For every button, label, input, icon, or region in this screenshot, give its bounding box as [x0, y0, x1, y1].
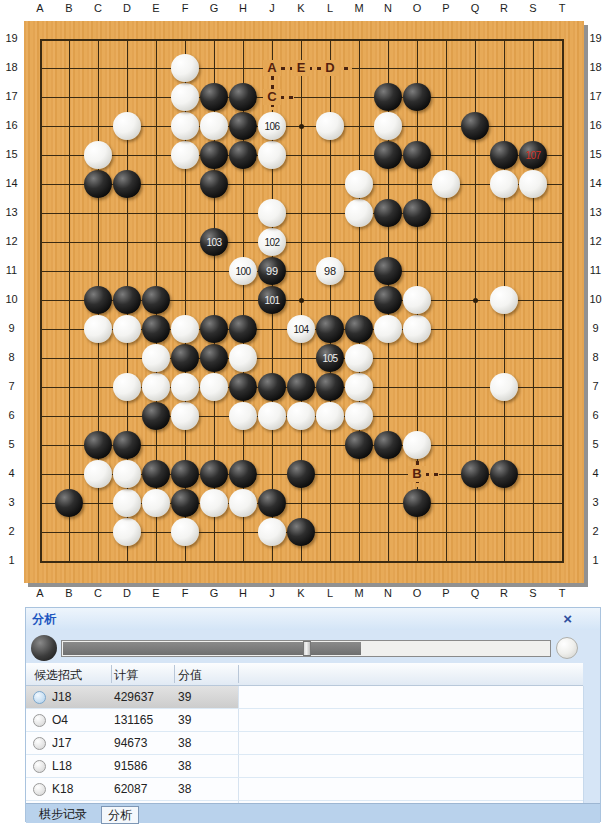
go-stone-E3	[142, 489, 170, 517]
go-stone-O10	[403, 286, 431, 314]
coord-top-P: P	[436, 2, 456, 14]
go-stone-M14	[345, 170, 373, 198]
go-stone-R7	[490, 373, 518, 401]
go-stone-J7	[258, 373, 286, 401]
coord-left-18: 18	[2, 61, 21, 73]
go-stone-S15: 107	[519, 141, 547, 169]
go-stone-R10	[490, 286, 518, 314]
coord-top-K: K	[291, 2, 311, 14]
coord-bottom-L: L	[320, 587, 340, 599]
go-stone-L16	[316, 112, 344, 140]
go-stone-E9	[142, 315, 170, 343]
go-stone-G4	[200, 460, 228, 488]
coord-top-F: F	[175, 2, 195, 14]
coord-left-19: 19	[2, 32, 21, 44]
go-stone-J2	[258, 518, 286, 546]
go-stone-C10	[84, 286, 112, 314]
variation-marker-B[interactable]: B	[408, 466, 426, 482]
go-stone-F18	[171, 54, 199, 82]
coord-top-N: N	[378, 2, 398, 14]
go-stone-J16: 106	[258, 112, 286, 140]
coord-left-2: 2	[2, 525, 21, 537]
coord-left-17: 17	[2, 90, 21, 102]
grid-line-horizontal	[40, 155, 564, 156]
go-stone-N5	[374, 431, 402, 459]
go-stone-L6	[316, 402, 344, 430]
go-stone-N11	[374, 257, 402, 285]
go-stone-L11: 98	[316, 257, 344, 285]
variation-marker-A[interactable]: A	[263, 60, 281, 76]
go-stone-H8	[229, 344, 257, 372]
go-stone-D16	[113, 112, 141, 140]
coord-left-1: 1	[2, 554, 21, 566]
coord-right-9: 9	[586, 322, 605, 334]
cell-computation: 62087	[114, 782, 147, 796]
coord-right-7: 7	[586, 380, 605, 392]
go-stone-O15	[403, 141, 431, 169]
go-stone-L9	[316, 315, 344, 343]
cell-score: 39	[178, 713, 191, 727]
coord-top-B: B	[59, 2, 79, 14]
coord-right-19: 19	[586, 32, 605, 44]
go-stone-M7	[345, 373, 373, 401]
coord-left-6: 6	[2, 409, 21, 421]
grid-line-horizontal	[40, 271, 564, 272]
go-stone-D10	[113, 286, 141, 314]
candidate-row-L18[interactable]: L189158638	[26, 755, 583, 778]
grid-line-horizontal	[40, 358, 564, 359]
go-stone-O13	[403, 199, 431, 227]
coord-bottom-M: M	[349, 587, 369, 599]
go-stone-J11: 99	[258, 257, 286, 285]
candidate-stone-icon[interactable]	[33, 714, 46, 727]
coord-right-13: 13	[586, 206, 605, 218]
go-stone-G7	[200, 373, 228, 401]
variation-marker-C[interactable]: C	[263, 89, 281, 105]
go-stone-N13	[374, 199, 402, 227]
go-stone-K4	[287, 460, 315, 488]
star-point	[299, 124, 304, 129]
candidate-row-O4[interactable]: O413116539	[26, 709, 583, 732]
candidate-table-body: J1842963739O413116539J179467338L18915863…	[26, 686, 584, 803]
go-stone-N16	[374, 112, 402, 140]
go-stone-O3	[403, 489, 431, 517]
go-stone-G16	[200, 112, 228, 140]
coord-right-14: 14	[586, 177, 605, 189]
go-stone-M8	[345, 344, 373, 372]
coord-right-4: 4	[586, 467, 605, 479]
cell-move: L18	[52, 759, 72, 773]
go-stone-D7	[113, 373, 141, 401]
analysis-panel: 分析 × 候选招式计算分值 J1842963739O413116539J1794…	[25, 607, 601, 822]
cell-computation: 94673	[114, 736, 147, 750]
go-analysis-window: AABBCCDDEEFFGGHHJJKKLLMMNNOOPPQQRRSSTT19…	[0, 0, 607, 840]
go-stone-K2	[287, 518, 315, 546]
coord-right-12: 12	[586, 235, 605, 247]
go-stone-H7	[229, 373, 257, 401]
cell-move: J17	[52, 736, 71, 750]
star-point	[299, 298, 304, 303]
coord-right-15: 15	[586, 148, 605, 160]
go-stone-E8	[142, 344, 170, 372]
coord-bottom-G: G	[204, 587, 224, 599]
candidate-stone-icon[interactable]	[33, 691, 46, 704]
header-separator	[111, 665, 112, 683]
go-stone-C4	[84, 460, 112, 488]
variation-marker-D[interactable]: D	[321, 60, 339, 76]
tab-move-record[interactable]: 棋步记录	[33, 806, 93, 822]
go-stone-F7	[171, 373, 199, 401]
coord-bottom-F: F	[175, 587, 195, 599]
go-stone-H17	[229, 83, 257, 111]
coord-top-O: O	[407, 2, 427, 14]
grid-line-horizontal	[40, 213, 564, 214]
go-stone-L8: 105	[316, 344, 344, 372]
coord-top-D: D	[117, 2, 137, 14]
coord-left-16: 16	[2, 119, 21, 131]
go-stone-F3	[171, 489, 199, 517]
coord-top-E: E	[146, 2, 166, 14]
coord-top-J: J	[262, 2, 282, 14]
candidate-stone-icon[interactable]	[33, 783, 46, 796]
coord-right-2: 2	[586, 525, 605, 537]
tab-analysis[interactable]: 分析	[101, 806, 139, 824]
go-stone-N10	[374, 286, 402, 314]
coord-right-16: 16	[586, 119, 605, 131]
coord-bottom-H: H	[233, 587, 253, 599]
coord-bottom-J: J	[262, 587, 282, 599]
go-stone-H6	[229, 402, 257, 430]
go-stone-K6	[287, 402, 315, 430]
coord-left-11: 11	[2, 264, 21, 276]
grid-line-vertical	[533, 39, 534, 562]
coord-bottom-D: D	[117, 587, 137, 599]
coord-left-13: 13	[2, 206, 21, 218]
coord-right-3: 3	[586, 496, 605, 508]
cell-score: 38	[178, 782, 191, 796]
header-separator	[174, 665, 175, 683]
go-stone-F9	[171, 315, 199, 343]
go-stone-D2	[113, 518, 141, 546]
go-stone-S14	[519, 170, 547, 198]
slider-fill	[63, 642, 361, 655]
cell-move: K18	[52, 782, 73, 796]
go-stone-F6	[171, 402, 199, 430]
go-stone-E6	[142, 402, 170, 430]
variation-dash-line	[280, 96, 294, 99]
go-stone-H4	[229, 460, 257, 488]
cell-score: 38	[178, 736, 191, 750]
coord-right-17: 17	[586, 90, 605, 102]
go-stone-B3	[55, 489, 83, 517]
go-stone-D4	[113, 460, 141, 488]
go-stone-M6	[345, 402, 373, 430]
coord-left-9: 9	[2, 322, 21, 334]
coord-right-6: 6	[586, 409, 605, 421]
coord-top-G: G	[204, 2, 224, 14]
coord-top-T: T	[552, 2, 572, 14]
grid-line-vertical	[562, 39, 564, 562]
cell-computation: 429637	[114, 690, 154, 704]
variation-dash-line	[425, 473, 439, 476]
go-stone-Q4	[461, 460, 489, 488]
cell-computation: 91586	[114, 759, 147, 773]
coord-top-Q: Q	[465, 2, 485, 14]
go-stone-J15	[258, 141, 286, 169]
go-stone-C9	[84, 315, 112, 343]
candidate-stone-icon[interactable]	[33, 760, 46, 773]
go-stone-G15	[200, 141, 228, 169]
coord-bottom-N: N	[378, 587, 398, 599]
go-stone-C15	[84, 141, 112, 169]
go-stone-Q16	[461, 112, 489, 140]
go-stone-L7	[316, 373, 344, 401]
coord-top-C: C	[88, 2, 108, 14]
coord-bottom-E: E	[146, 587, 166, 599]
column-header[interactable]: 计算	[114, 667, 138, 684]
coord-bottom-P: P	[436, 587, 456, 599]
coord-left-5: 5	[2, 438, 21, 450]
go-stone-F8	[171, 344, 199, 372]
cell-score: 39	[178, 690, 191, 704]
go-stone-E4	[142, 460, 170, 488]
go-stone-K9: 104	[287, 315, 315, 343]
go-stone-M13	[345, 199, 373, 227]
go-stone-H16	[229, 112, 257, 140]
coord-top-R: R	[494, 2, 514, 14]
go-stone-R4	[490, 460, 518, 488]
coord-left-4: 4	[2, 467, 21, 479]
coord-right-1: 1	[586, 554, 605, 566]
go-stone-J3	[258, 489, 286, 517]
white-stone-icon	[556, 637, 578, 659]
go-stone-G3	[200, 489, 228, 517]
header-separator	[238, 665, 239, 683]
go-stone-O17	[403, 83, 431, 111]
go-stone-E7	[142, 373, 170, 401]
grid-line-horizontal	[40, 97, 564, 98]
go-stone-D14	[113, 170, 141, 198]
go-stone-D3	[113, 489, 141, 517]
coord-top-L: L	[320, 2, 340, 14]
coord-bottom-S: S	[523, 587, 543, 599]
go-stone-H11: 100	[229, 257, 257, 285]
coord-top-A: A	[30, 2, 50, 14]
go-stone-C5	[84, 431, 112, 459]
candidate-row-J18[interactable]: J1842963739	[26, 686, 583, 709]
cell-score: 38	[178, 759, 191, 773]
go-stone-N9	[374, 315, 402, 343]
go-stone-D9	[113, 315, 141, 343]
black-stone-icon	[31, 635, 57, 661]
grid-line-horizontal	[40, 39, 564, 41]
star-point	[473, 298, 478, 303]
slider-handle[interactable]	[303, 641, 311, 656]
panel-tab-bar: 棋步记录分析	[26, 803, 600, 823]
go-stone-N15	[374, 141, 402, 169]
go-stone-M5	[345, 431, 373, 459]
column-header[interactable]: 分值	[178, 667, 202, 684]
analysis-progress-slider[interactable]	[61, 640, 551, 657]
go-stone-G9	[200, 315, 228, 343]
go-stone-D5	[113, 431, 141, 459]
go-stone-F17	[171, 83, 199, 111]
go-stone-F2	[171, 518, 199, 546]
coord-bottom-B: B	[59, 587, 79, 599]
go-stone-H9	[229, 315, 257, 343]
go-stone-J13	[258, 199, 286, 227]
go-stone-F4	[171, 460, 199, 488]
coord-top-H: H	[233, 2, 253, 14]
coord-bottom-A: A	[30, 587, 50, 599]
go-stone-J6	[258, 402, 286, 430]
candidate-row-J17[interactable]: J179467338	[26, 732, 583, 755]
go-board[interactable]: 1031019910510710010210610498ABCDE	[24, 21, 584, 583]
coord-left-15: 15	[2, 148, 21, 160]
close-icon[interactable]: ×	[563, 610, 572, 627]
coord-bottom-C: C	[88, 587, 108, 599]
coord-right-11: 11	[586, 264, 605, 276]
go-stone-J10: 101	[258, 286, 286, 314]
go-stone-R15	[490, 141, 518, 169]
candidate-table-header: 候选招式计算分值	[26, 663, 583, 686]
go-stone-M9	[345, 315, 373, 343]
column-header[interactable]: 候选招式	[34, 667, 82, 684]
analysis-panel-header: 分析 ×	[26, 608, 600, 630]
coord-top-M: M	[349, 2, 369, 14]
go-stone-J12: 102	[258, 228, 286, 256]
coord-top-S: S	[523, 2, 543, 14]
coord-left-14: 14	[2, 177, 21, 189]
grid-line-vertical	[359, 39, 360, 562]
panel-title: 分析	[32, 611, 56, 628]
cell-computation: 131165	[114, 713, 153, 727]
go-stone-R14	[490, 170, 518, 198]
coord-left-7: 7	[2, 380, 21, 392]
coord-bottom-Q: Q	[465, 587, 485, 599]
coord-right-8: 8	[586, 351, 605, 363]
go-stone-E10	[142, 286, 170, 314]
go-stone-K7	[287, 373, 315, 401]
cell-move: J18	[52, 690, 71, 704]
go-stone-H3	[229, 489, 257, 517]
coord-bottom-T: T	[552, 587, 572, 599]
go-stone-O5	[403, 431, 431, 459]
coord-left-10: 10	[2, 293, 21, 305]
go-stone-O9	[403, 315, 431, 343]
coord-right-5: 5	[586, 438, 605, 450]
go-stone-F16	[171, 112, 199, 140]
candidate-row-K18[interactable]: K186208738	[26, 778, 583, 801]
go-stone-G12: 103	[200, 228, 228, 256]
go-stone-G14	[200, 170, 228, 198]
go-stone-C14	[84, 170, 112, 198]
go-stone-G17	[200, 83, 228, 111]
coord-left-8: 8	[2, 351, 21, 363]
coord-right-10: 10	[586, 293, 605, 305]
cell-move: O4	[52, 713, 68, 727]
go-stone-F15	[171, 141, 199, 169]
coord-left-12: 12	[2, 235, 21, 247]
candidate-stone-icon[interactable]	[33, 737, 46, 750]
grid-line-horizontal	[40, 561, 564, 563]
coord-bottom-R: R	[494, 587, 514, 599]
go-stone-H15	[229, 141, 257, 169]
go-stone-P14	[432, 170, 460, 198]
go-stone-N17	[374, 83, 402, 111]
coord-right-18: 18	[586, 61, 605, 73]
coord-bottom-K: K	[291, 587, 311, 599]
grid-line-vertical	[446, 39, 447, 562]
coord-left-3: 3	[2, 496, 21, 508]
variation-marker-E[interactable]: E	[292, 60, 310, 76]
grid-line-horizontal	[40, 242, 564, 243]
go-stone-G8	[200, 344, 228, 372]
coord-bottom-O: O	[407, 587, 427, 599]
